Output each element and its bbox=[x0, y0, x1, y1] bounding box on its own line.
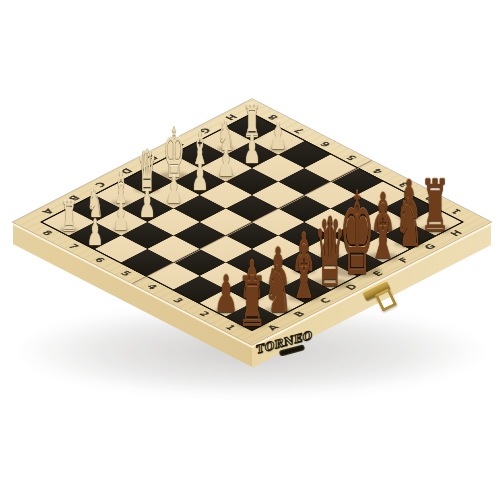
product-photo-chess-set: TORNEO 1122334455667788AABBCCDDEEFFGGHH … bbox=[0, 0, 500, 500]
chess-board: 1122334455667788AABBCCDDEEFFGGHH bbox=[13, 99, 491, 345]
board-scene: 1122334455667788AABBCCDDEEFFGGHH bbox=[0, 0, 500, 500]
